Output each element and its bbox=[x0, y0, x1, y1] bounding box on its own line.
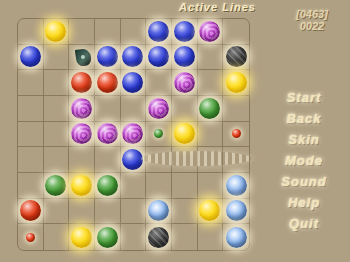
board-cell-r1c4[interactable] bbox=[121, 45, 147, 71]
board-cell-r2c6[interactable] bbox=[172, 70, 198, 96]
board-cell-r8c3[interactable] bbox=[95, 224, 121, 250]
board-cell-r6c3[interactable] bbox=[95, 173, 121, 199]
magenta-ball[interactable] bbox=[71, 123, 92, 144]
game-board bbox=[17, 18, 250, 251]
board-cell-r2c2[interactable] bbox=[69, 70, 95, 96]
board-cell-r7c7[interactable] bbox=[198, 199, 224, 225]
board-cell-r3c8[interactable] bbox=[223, 96, 249, 122]
board-cell-r2c4[interactable] bbox=[121, 70, 147, 96]
board-cell-r0c5[interactable] bbox=[146, 19, 172, 45]
board-cell-r2c8[interactable] bbox=[223, 70, 249, 96]
board-cell-r2c3[interactable] bbox=[95, 70, 121, 96]
game-title: Active Lines bbox=[160, 1, 275, 13]
board-cell-r8c4[interactable] bbox=[121, 224, 147, 250]
lightblue-ball[interactable] bbox=[226, 175, 247, 196]
magenta-ball[interactable] bbox=[199, 21, 220, 42]
board-cell-r4c7[interactable] bbox=[198, 122, 224, 148]
black-ball[interactable] bbox=[148, 227, 169, 248]
menu-panel: StartBackSkinModeSoundHelpQuit bbox=[258, 91, 350, 230]
game-window: Active Lines [0463] 0022 StartBackSkinMo… bbox=[0, 0, 350, 262]
board-cell-r7c0[interactable] bbox=[18, 199, 44, 225]
board-cell-r0c3[interactable] bbox=[95, 19, 121, 45]
blue-ball[interactable] bbox=[97, 46, 118, 67]
yellow-ball[interactable] bbox=[174, 123, 195, 144]
board-cell-r5c3[interactable] bbox=[95, 147, 121, 173]
red-ball[interactable] bbox=[71, 72, 92, 93]
blue-ball[interactable] bbox=[122, 149, 143, 170]
blue-ball[interactable] bbox=[122, 46, 143, 67]
board-cell-r0c2[interactable] bbox=[69, 19, 95, 45]
board-cell-r4c8[interactable] bbox=[223, 122, 249, 148]
board-cell-r1c7[interactable] bbox=[198, 45, 224, 71]
board-cell-r8c2[interactable] bbox=[69, 224, 95, 250]
board-cell-r3c0[interactable] bbox=[18, 96, 44, 122]
current-score: 0022 bbox=[281, 20, 343, 32]
board-cell-r1c6[interactable] bbox=[172, 45, 198, 71]
magenta-ball[interactable] bbox=[97, 123, 118, 144]
board-cell-r4c1[interactable] bbox=[44, 122, 70, 148]
board-cell-r4c5[interactable] bbox=[146, 122, 172, 148]
magenta-ball[interactable] bbox=[122, 123, 143, 144]
red-ball[interactable] bbox=[97, 72, 118, 93]
board-cell-r0c1[interactable] bbox=[44, 19, 70, 45]
next-red-ball[interactable] bbox=[26, 233, 35, 242]
green-ball[interactable] bbox=[45, 175, 66, 196]
board-cell-r0c6[interactable] bbox=[172, 19, 198, 45]
menu-button-help[interactable]: Help bbox=[288, 196, 320, 209]
score-panel: [0463] 0022 bbox=[281, 8, 343, 32]
board-cell-r1c0[interactable] bbox=[18, 45, 44, 71]
high-score: [0463] bbox=[281, 8, 343, 20]
board-cell-r6c1[interactable] bbox=[44, 173, 70, 199]
board-cell-r1c3[interactable] bbox=[95, 45, 121, 71]
board-cell-r6c6[interactable] bbox=[172, 173, 198, 199]
menu-button-mode[interactable]: Mode bbox=[285, 154, 323, 167]
board-cell-r6c4[interactable] bbox=[121, 173, 147, 199]
board-cell-r0c4[interactable] bbox=[121, 19, 147, 45]
yellow-ball[interactable] bbox=[199, 200, 220, 221]
board-cell-r7c4[interactable] bbox=[121, 199, 147, 225]
board-cell-r6c2[interactable] bbox=[69, 173, 95, 199]
board-cell-r2c1[interactable] bbox=[44, 70, 70, 96]
board-cell-r6c5[interactable] bbox=[146, 173, 172, 199]
board-cell-r8c1[interactable] bbox=[44, 224, 70, 250]
yellow-ball[interactable] bbox=[71, 227, 92, 248]
board-cell-r3c2[interactable] bbox=[69, 96, 95, 122]
red-ball[interactable] bbox=[20, 200, 41, 221]
board-cell-r2c5[interactable] bbox=[146, 70, 172, 96]
board-cell-r7c8[interactable] bbox=[223, 199, 249, 225]
board-cell-r1c1[interactable] bbox=[44, 45, 70, 71]
board-cell-r7c6[interactable] bbox=[172, 199, 198, 225]
board-cell-r8c0[interactable] bbox=[18, 224, 44, 250]
board-cell-r7c1[interactable] bbox=[44, 199, 70, 225]
menu-button-back[interactable]: Back bbox=[286, 112, 321, 125]
board-cell-r0c8[interactable] bbox=[223, 19, 249, 45]
board-cell-r8c8[interactable] bbox=[223, 224, 249, 250]
board-cell-r2c0[interactable] bbox=[18, 70, 44, 96]
next-red-ball[interactable] bbox=[232, 129, 241, 138]
board-cell-r3c1[interactable] bbox=[44, 96, 70, 122]
board-cell-r3c3[interactable] bbox=[95, 96, 121, 122]
board-cell-r7c3[interactable] bbox=[95, 199, 121, 225]
board-cell-r5c1[interactable] bbox=[44, 147, 70, 173]
black-ball[interactable] bbox=[226, 46, 247, 67]
board-cell-r1c8[interactable] bbox=[223, 45, 249, 71]
blue-ball[interactable] bbox=[174, 46, 195, 67]
board-cell-r3c7[interactable] bbox=[198, 96, 224, 122]
menu-button-sound[interactable]: Sound bbox=[281, 175, 326, 188]
board-cell-r4c3[interactable] bbox=[95, 122, 121, 148]
board-cell-r3c6[interactable] bbox=[172, 96, 198, 122]
board-cell-r6c7[interactable] bbox=[198, 173, 224, 199]
board-cell-r4c6[interactable] bbox=[172, 122, 198, 148]
yellow-ball[interactable] bbox=[45, 21, 66, 42]
magenta-ball[interactable] bbox=[71, 98, 92, 119]
board-cell-r3c5[interactable] bbox=[146, 96, 172, 122]
board-cell-r6c8[interactable] bbox=[223, 173, 249, 199]
board-cell-r6c0[interactable] bbox=[18, 173, 44, 199]
lightblue-ball[interactable] bbox=[148, 200, 169, 221]
board-cell-r4c2[interactable] bbox=[69, 122, 95, 148]
blue-ball[interactable] bbox=[174, 21, 195, 42]
board-cell-r2c7[interactable] bbox=[198, 70, 224, 96]
magenta-ball[interactable] bbox=[174, 72, 195, 93]
board-cell-r1c5[interactable] bbox=[146, 45, 172, 71]
green-ball[interactable] bbox=[97, 175, 118, 196]
ball-motion-trail bbox=[141, 151, 252, 166]
board-cell-r8c5[interactable] bbox=[146, 224, 172, 250]
blue-ball[interactable] bbox=[122, 72, 143, 93]
blue-ball[interactable] bbox=[148, 46, 169, 67]
blue-ball[interactable] bbox=[20, 46, 41, 67]
board-cell-r7c2[interactable] bbox=[69, 199, 95, 225]
green-ball[interactable] bbox=[199, 98, 220, 119]
board-cell-r7c5[interactable] bbox=[146, 199, 172, 225]
blue-ball[interactable] bbox=[148, 21, 169, 42]
yellow-ball[interactable] bbox=[226, 72, 247, 93]
teardrop-piece[interactable] bbox=[75, 48, 92, 67]
board-cell-r0c0[interactable] bbox=[18, 19, 44, 45]
magenta-ball[interactable] bbox=[148, 98, 169, 119]
board-cell-r3c4[interactable] bbox=[121, 96, 147, 122]
menu-button-skin[interactable]: Skin bbox=[288, 133, 319, 146]
menu-button-quit[interactable]: Quit bbox=[289, 217, 319, 230]
yellow-ball[interactable] bbox=[71, 175, 92, 196]
green-ball[interactable] bbox=[97, 227, 118, 248]
lightblue-ball[interactable] bbox=[226, 200, 247, 221]
board-cell-r8c6[interactable] bbox=[172, 224, 198, 250]
board-cell-r4c0[interactable] bbox=[18, 122, 44, 148]
board-cell-r8c7[interactable] bbox=[198, 224, 224, 250]
menu-button-start[interactable]: Start bbox=[287, 91, 322, 104]
board-cell-r5c2[interactable] bbox=[69, 147, 95, 173]
board-cell-r5c0[interactable] bbox=[18, 147, 44, 173]
board-cell-r4c4[interactable] bbox=[121, 122, 147, 148]
next-green-ball[interactable] bbox=[154, 129, 163, 138]
board-cell-r0c7[interactable] bbox=[198, 19, 224, 45]
board-cell-r1c2[interactable] bbox=[69, 45, 95, 71]
lightblue-ball[interactable] bbox=[226, 227, 247, 248]
